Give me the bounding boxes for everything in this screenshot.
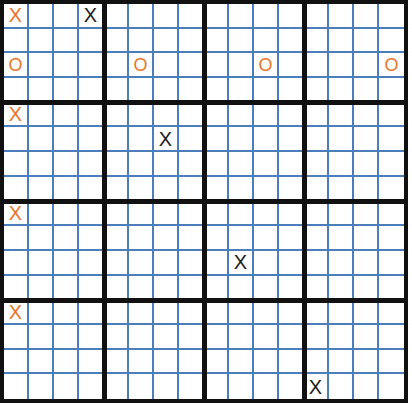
grid-cell-r6c3[interactable] (79, 152, 104, 177)
grid-cell-r5c11[interactable] (279, 127, 304, 152)
grid-cell-r5c13[interactable] (329, 127, 354, 152)
grid-cell-r2c14[interactable] (354, 53, 379, 78)
grid-cell-r15c9[interactable] (229, 374, 254, 399)
grid-cell-r13c1[interactable] (29, 325, 54, 350)
grid-cell-r3c11[interactable] (279, 78, 304, 103)
grid-cell-r13c0[interactable] (4, 325, 29, 350)
grid-cell-r14c2[interactable] (54, 350, 79, 375)
grid-cell-r3c3[interactable] (79, 78, 104, 103)
grid-cell-r0c8[interactable] (204, 4, 229, 29)
grid-cell-r0c13[interactable] (329, 4, 354, 29)
grid-cell-r2c5[interactable]: O (129, 53, 154, 78)
grid-cell-r3c4[interactable] (104, 78, 129, 103)
grid-cell-r9c5[interactable] (129, 226, 154, 251)
grid-cell-r8c10[interactable] (254, 202, 279, 227)
grid-cell-r5c15[interactable] (379, 127, 404, 152)
grid-cell-r1c13[interactable] (329, 29, 354, 54)
grid-cell-r13c9[interactable] (229, 325, 254, 350)
grid-cell-r6c2[interactable] (54, 152, 79, 177)
grid-cell-r7c9[interactable] (229, 177, 254, 202)
grid-cell-r9c8[interactable] (204, 226, 229, 251)
grid-cell-r5c12[interactable] (304, 127, 329, 152)
grid-cell-r2c8[interactable] (204, 53, 229, 78)
grid-cell-r7c14[interactable] (354, 177, 379, 202)
grid-cell-r3c6[interactable] (154, 78, 179, 103)
grid-cell-r12c5[interactable] (129, 300, 154, 325)
grid-cell-r13c6[interactable] (154, 325, 179, 350)
grid-cell-r6c10[interactable] (254, 152, 279, 177)
grid-cell-r6c9[interactable] (229, 152, 254, 177)
grid-cell-r3c15[interactable] (379, 78, 404, 103)
grid-cell-r2c4[interactable] (104, 53, 129, 78)
grid-cell-r10c7[interactable] (179, 251, 204, 276)
grid-cell-r3c8[interactable] (204, 78, 229, 103)
grid-cell-r4c6[interactable] (154, 103, 179, 128)
grid-cell-r4c13[interactable] (329, 103, 354, 128)
grid-cell-r4c7[interactable] (179, 103, 204, 128)
grid-cell-r10c6[interactable] (154, 251, 179, 276)
grid-cell-r12c8[interactable] (204, 300, 229, 325)
grid-cell-r0c2[interactable] (54, 4, 79, 29)
grid-cell-r15c14[interactable] (354, 374, 379, 399)
grid-cell-r12c3[interactable] (79, 300, 104, 325)
grid-cell-r10c13[interactable] (329, 251, 354, 276)
grid-cell-r12c0[interactable]: X (4, 300, 29, 325)
grid-cell-r0c14[interactable] (354, 4, 379, 29)
grid-cell-r8c14[interactable] (354, 202, 379, 227)
grid-cell-r2c2[interactable] (54, 53, 79, 78)
grid-cell-r15c8[interactable] (204, 374, 229, 399)
grid-cell-r4c2[interactable] (54, 103, 79, 128)
grid-cell-r0c9[interactable] (229, 4, 254, 29)
grid-cell-r15c1[interactable] (29, 374, 54, 399)
grid-cell-r2c13[interactable] (329, 53, 354, 78)
grid-cell-r4c10[interactable] (254, 103, 279, 128)
grid-cell-r2c9[interactable] (229, 53, 254, 78)
grid-cell-r6c0[interactable] (4, 152, 29, 177)
grid-cell-r0c6[interactable] (154, 4, 179, 29)
grid-cell-r7c6[interactable] (154, 177, 179, 202)
grid-cell-r3c5[interactable] (129, 78, 154, 103)
grid-cell-r5c7[interactable] (179, 127, 204, 152)
grid-cell-r1c11[interactable] (279, 29, 304, 54)
grid-cell-r6c12[interactable] (304, 152, 329, 177)
grid-cell-r9c3[interactable] (79, 226, 104, 251)
grid-cell-r15c5[interactable] (129, 374, 154, 399)
grid-cell-r8c15[interactable] (379, 202, 404, 227)
grid-cell-r10c4[interactable] (104, 251, 129, 276)
grid-cell-r13c5[interactable] (129, 325, 154, 350)
black-x-mark: X (159, 129, 172, 149)
grid-cell-r4c9[interactable] (229, 103, 254, 128)
grid-cell-r2c15[interactable]: O (379, 53, 404, 78)
grid-cell-r12c7[interactable] (179, 300, 204, 325)
grid-cell-r7c13[interactable] (329, 177, 354, 202)
grid-cell-r11c9[interactable] (229, 276, 254, 301)
grid-cell-r13c2[interactable] (54, 325, 79, 350)
grid-cell-r12c4[interactable] (104, 300, 129, 325)
grid-cell-r9c10[interactable] (254, 226, 279, 251)
grid-cell-r14c11[interactable] (279, 350, 304, 375)
grid-cell-r4c11[interactable] (279, 103, 304, 128)
grid-cell-r1c9[interactable] (229, 29, 254, 54)
grid-cell-r9c2[interactable] (54, 226, 79, 251)
grid-cell-r3c9[interactable] (229, 78, 254, 103)
grid-cell-r13c11[interactable] (279, 325, 304, 350)
grid-cell-r3c0[interactable] (4, 78, 29, 103)
grid-cell-r4c12[interactable] (304, 103, 329, 128)
grid-cell-r9c4[interactable] (104, 226, 129, 251)
grid-cell-r7c0[interactable] (4, 177, 29, 202)
grid-cell-r12c12[interactable] (304, 300, 329, 325)
grid-cell-r1c4[interactable] (104, 29, 129, 54)
grid-cell-r1c0[interactable] (4, 29, 29, 54)
grid-cell-r15c0[interactable] (4, 374, 29, 399)
grid-cell-r7c7[interactable] (179, 177, 204, 202)
grid-cell-r7c15[interactable] (379, 177, 404, 202)
grid-cell-r0c3[interactable]: X (79, 4, 104, 29)
grid-cell-r0c0[interactable]: X (4, 4, 29, 29)
grid-cell-r1c2[interactable] (54, 29, 79, 54)
grid-cell-r12c13[interactable] (329, 300, 354, 325)
grid-cell-r11c10[interactable] (254, 276, 279, 301)
grid-cell-r1c6[interactable] (154, 29, 179, 54)
grid-cell-r0c12[interactable] (304, 4, 329, 29)
grid-cell-r5c14[interactable] (354, 127, 379, 152)
grid-cell-r2c1[interactable] (29, 53, 54, 78)
grid-cell-r2c6[interactable] (154, 53, 179, 78)
grid-cell-r12c2[interactable] (54, 300, 79, 325)
game-board: XXOOOOXXXXXX (0, 0, 408, 403)
grid-cell-r11c13[interactable] (329, 276, 354, 301)
grid-cell-r8c4[interactable] (104, 202, 129, 227)
grid-cell-r1c10[interactable] (254, 29, 279, 54)
orange-x-mark: X (9, 203, 22, 223)
grid-cell-r8c6[interactable] (154, 202, 179, 227)
grid-cell-r5c3[interactable] (79, 127, 104, 152)
grid-cell-r5c1[interactable] (29, 127, 54, 152)
grid-cell-r4c14[interactable] (354, 103, 379, 128)
grid-cell-r13c4[interactable] (104, 325, 129, 350)
grid-cell-r14c0[interactable] (4, 350, 29, 375)
grid-cell-r10c8[interactable] (204, 251, 229, 276)
grid-cell-r10c11[interactable] (279, 251, 304, 276)
grid-cell-r12c1[interactable] (29, 300, 54, 325)
grid-cell-r6c8[interactable] (204, 152, 229, 177)
orange-o-mark: O (384, 56, 398, 74)
grid-cell-r2c11[interactable] (279, 53, 304, 78)
grid-cell-r5c9[interactable] (229, 127, 254, 152)
grid-cell-r14c3[interactable] (79, 350, 104, 375)
grid-cell-r3c14[interactable] (354, 78, 379, 103)
grid-cell-r14c15[interactable] (379, 350, 404, 375)
grid-cell-r10c2[interactable] (54, 251, 79, 276)
grid-cell-r6c5[interactable] (129, 152, 154, 177)
grid-cell-r14c12[interactable] (304, 350, 329, 375)
grid-cell-r4c15[interactable] (379, 103, 404, 128)
grid-cell-r6c7[interactable] (179, 152, 204, 177)
grid-cell-r11c6[interactable] (154, 276, 179, 301)
grid-cell-r8c2[interactable] (54, 202, 79, 227)
grid-cell-r9c15[interactable] (379, 226, 404, 251)
grid-cell-r10c3[interactable] (79, 251, 104, 276)
orange-x-mark: X (9, 302, 22, 322)
grid-cell-r8c3[interactable] (79, 202, 104, 227)
grid-cell-r7c8[interactable] (204, 177, 229, 202)
grid-cell-r2c3[interactable] (79, 53, 104, 78)
grid-cell-r12c9[interactable] (229, 300, 254, 325)
grid-cell-r6c6[interactable] (154, 152, 179, 177)
grid-cell-r12c15[interactable] (379, 300, 404, 325)
grid-cell-r10c12[interactable] (304, 251, 329, 276)
grid-cell-r8c12[interactable] (304, 202, 329, 227)
grid-cell-r15c12[interactable]: X (304, 374, 329, 399)
grid-cell-r9c9[interactable] (229, 226, 254, 251)
grid-cell-r0c11[interactable] (279, 4, 304, 29)
grid-cell-r3c2[interactable] (54, 78, 79, 103)
grid-cell-r15c10[interactable] (254, 374, 279, 399)
grid-cell-r4c8[interactable] (204, 103, 229, 128)
grid-cell-r13c15[interactable] (379, 325, 404, 350)
grid-cell-r9c0[interactable] (4, 226, 29, 251)
grid-cell-r9c7[interactable] (179, 226, 204, 251)
grid-cell-r2c10[interactable]: O (254, 53, 279, 78)
grid-cell-r9c14[interactable] (354, 226, 379, 251)
grid-cell-r15c6[interactable] (154, 374, 179, 399)
grid-cell-r1c14[interactable] (354, 29, 379, 54)
grid-cell-r6c13[interactable] (329, 152, 354, 177)
grid-cell-r6c11[interactable] (279, 152, 304, 177)
grid-cell-r6c15[interactable] (379, 152, 404, 177)
orange-x-mark: X (9, 5, 22, 25)
grid-cell-r10c1[interactable] (29, 251, 54, 276)
grid-cell-r0c4[interactable] (104, 4, 129, 29)
orange-x-mark: X (9, 104, 22, 124)
grid-cell-r14c8[interactable] (204, 350, 229, 375)
grid-cell-r1c3[interactable] (79, 29, 104, 54)
grid-cell-r9c13[interactable] (329, 226, 354, 251)
grid-cell-r7c4[interactable] (104, 177, 129, 202)
grid-cell-r4c3[interactable] (79, 103, 104, 128)
grid-cell-r7c10[interactable] (254, 177, 279, 202)
grid-cell-r7c2[interactable] (54, 177, 79, 202)
grid-cell-r0c7[interactable] (179, 4, 204, 29)
grid-cell-r13c12[interactable] (304, 325, 329, 350)
grid-cell-r13c7[interactable] (179, 325, 204, 350)
grid-cell-r14c6[interactable] (154, 350, 179, 375)
grid-cell-r4c4[interactable] (104, 103, 129, 128)
grid-cell-r8c9[interactable] (229, 202, 254, 227)
grid-cell-r14c13[interactable] (329, 350, 354, 375)
grid-cell-r10c14[interactable] (354, 251, 379, 276)
grid-cell-r12c14[interactable] (354, 300, 379, 325)
grid-cell-r8c7[interactable] (179, 202, 204, 227)
grid-cell-r11c2[interactable] (54, 276, 79, 301)
grid-cell-r7c1[interactable] (29, 177, 54, 202)
grid-cell-r0c10[interactable] (254, 4, 279, 29)
grid-cell-r5c0[interactable] (4, 127, 29, 152)
grid-cell-r8c5[interactable] (129, 202, 154, 227)
grid-cell-r5c5[interactable] (129, 127, 154, 152)
grid-cell-r15c7[interactable] (179, 374, 204, 399)
grid-cell-r12c11[interactable] (279, 300, 304, 325)
grid-cell-r13c13[interactable] (329, 325, 354, 350)
grid-cell-r13c8[interactable] (204, 325, 229, 350)
grid-cell-r11c7[interactable] (179, 276, 204, 301)
grid-cell-r3c7[interactable] (179, 78, 204, 103)
grid-cell-r13c3[interactable] (79, 325, 104, 350)
black-x-mark: X (234, 252, 247, 272)
grid-cell-r9c12[interactable] (304, 226, 329, 251)
grid-cell-r1c15[interactable] (379, 29, 404, 54)
grid-cell-r10c15[interactable] (379, 251, 404, 276)
grid-cell-r6c4[interactable] (104, 152, 129, 177)
grid-cell-r11c3[interactable] (79, 276, 104, 301)
grid-cell-r0c15[interactable] (379, 4, 404, 29)
grid-cell-r0c5[interactable] (129, 4, 154, 29)
grid-cell-r2c0[interactable]: O (4, 53, 29, 78)
grid-cell-r15c13[interactable] (329, 374, 354, 399)
grid-cell-r5c2[interactable] (54, 127, 79, 152)
grid-cell-r11c0[interactable] (4, 276, 29, 301)
grid-cell-r5c8[interactable] (204, 127, 229, 152)
grid-cell-r14c5[interactable] (129, 350, 154, 375)
grid-cell-r8c0[interactable]: X (4, 202, 29, 227)
grid-cell-r12c10[interactable] (254, 300, 279, 325)
grid-cell-r11c8[interactable] (204, 276, 229, 301)
grid-cell-r0c1[interactable] (29, 4, 54, 29)
grid-cell-r1c12[interactable] (304, 29, 329, 54)
grid-cell-r14c7[interactable] (179, 350, 204, 375)
grid-cell-r8c11[interactable] (279, 202, 304, 227)
grid-cell-r11c12[interactable] (304, 276, 329, 301)
grid-cell-r2c12[interactable] (304, 53, 329, 78)
grid-cell-r7c11[interactable] (279, 177, 304, 202)
grid-cell-r5c10[interactable] (254, 127, 279, 152)
grid-cell-r2c7[interactable] (179, 53, 204, 78)
grid-cell-r15c4[interactable] (104, 374, 129, 399)
grid-cell-r6c1[interactable] (29, 152, 54, 177)
grid-cell-r7c5[interactable] (129, 177, 154, 202)
grid-cell-r11c1[interactable] (29, 276, 54, 301)
grid-cell-r6c14[interactable] (354, 152, 379, 177)
grid-cell-r15c15[interactable] (379, 374, 404, 399)
grid-cell-r10c5[interactable] (129, 251, 154, 276)
grid-cell-r5c6[interactable]: X (154, 127, 179, 152)
grid-cell-r4c5[interactable] (129, 103, 154, 128)
grid-cell-r15c3[interactable] (79, 374, 104, 399)
grid-cell-r14c9[interactable] (229, 350, 254, 375)
grid-cell-r14c4[interactable] (104, 350, 129, 375)
grid-cell-r7c3[interactable] (79, 177, 104, 202)
grid-cell-r11c15[interactable] (379, 276, 404, 301)
orange-o-mark: O (8, 56, 22, 74)
grid-cell-r8c1[interactable] (29, 202, 54, 227)
grid-cell-r1c1[interactable] (29, 29, 54, 54)
orange-o-mark: O (133, 56, 147, 74)
grid-cell-r15c2[interactable] (54, 374, 79, 399)
grid-cell-r9c11[interactable] (279, 226, 304, 251)
grid-cell-r8c13[interactable] (329, 202, 354, 227)
grid-cell-r1c8[interactable] (204, 29, 229, 54)
grid-cell-r3c1[interactable] (29, 78, 54, 103)
grid-cell-r15c11[interactable] (279, 374, 304, 399)
grid-cell-r11c5[interactable] (129, 276, 154, 301)
grid-cell-r10c0[interactable] (4, 251, 29, 276)
grid-cell-r13c10[interactable] (254, 325, 279, 350)
black-x-mark: X (84, 5, 97, 25)
grid-cell-r12c6[interactable] (154, 300, 179, 325)
grid-cell-r9c1[interactable] (29, 226, 54, 251)
black-x-mark: X (309, 377, 322, 397)
grid-cell-r11c11[interactable] (279, 276, 304, 301)
orange-o-mark: O (258, 56, 272, 74)
grid-cell-r14c14[interactable] (354, 350, 379, 375)
grid-cell-r14c10[interactable] (254, 350, 279, 375)
grid-cell-r5c4[interactable] (104, 127, 129, 152)
grid-cell-r8c8[interactable] (204, 202, 229, 227)
grid-cell-r11c14[interactable] (354, 276, 379, 301)
grid-cell-r10c9[interactable]: X (229, 251, 254, 276)
grid-cell-r1c7[interactable] (179, 29, 204, 54)
grid-cell-r4c0[interactable]: X (4, 103, 29, 128)
grid-cell-r3c12[interactable] (304, 78, 329, 103)
screenshot-canvas: XXOOOOXXXXXX (0, 0, 412, 405)
grid-cell-r4c1[interactable] (29, 103, 54, 128)
grid-cell-r13c14[interactable] (354, 325, 379, 350)
grid-cell-r10c10[interactable] (254, 251, 279, 276)
grid-cell-r3c10[interactable] (254, 78, 279, 103)
grid-cell-r3c13[interactable] (329, 78, 354, 103)
grid-cell-r14c1[interactable] (29, 350, 54, 375)
grid-cell-r9c6[interactable] (154, 226, 179, 251)
grid-cell-r7c12[interactable] (304, 177, 329, 202)
grid-cell-r1c5[interactable] (129, 29, 154, 54)
grid-cell-r11c4[interactable] (104, 276, 129, 301)
